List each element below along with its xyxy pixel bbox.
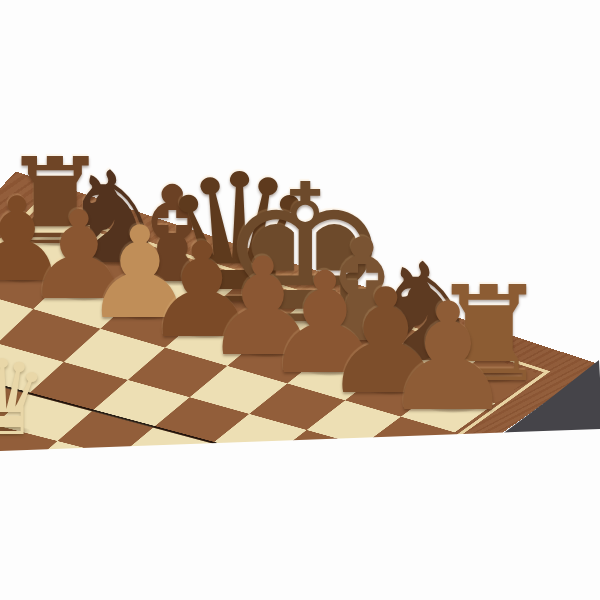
chess-set-photo: ♜♞♝♛♚♝♞♜♟♟♟♟♟♟♟♟♛ bbox=[0, 0, 600, 600]
light-piece-edge-queen-piece: ♛ bbox=[0, 346, 49, 450]
dark-pawn-8-pawn-piece: ♟ bbox=[381, 283, 515, 432]
